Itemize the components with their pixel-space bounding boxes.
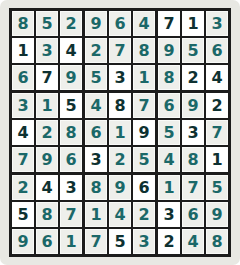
cell-r1c8[interactable]: 1 — [182, 11, 204, 36]
cell-r4c5[interactable]: 8 — [109, 93, 131, 118]
cell-r6c4[interactable]: 3 — [85, 147, 107, 172]
cell-r6c9[interactable]: 1 — [206, 147, 228, 172]
cell-r5c8[interactable]: 3 — [182, 120, 204, 145]
cell-r4c4[interactable]: 4 — [85, 93, 107, 118]
cell-r4c8[interactable]: 9 — [182, 93, 204, 118]
cell-r4c7[interactable]: 6 — [158, 93, 180, 118]
box-5: 487619325 — [85, 93, 155, 172]
cell-r5c6[interactable]: 9 — [133, 120, 155, 145]
box-9: 175369248 — [158, 175, 228, 254]
cell-r9c6[interactable]: 3 — [133, 229, 155, 254]
cell-r1c9[interactable]: 3 — [206, 11, 228, 36]
cell-r5c2[interactable]: 2 — [36, 120, 58, 145]
cell-r6c3[interactable]: 6 — [60, 147, 82, 172]
cell-r1c5[interactable]: 6 — [109, 11, 131, 36]
cell-r7c3[interactable]: 3 — [60, 175, 82, 200]
cell-r9c9[interactable]: 8 — [206, 229, 228, 254]
cell-r8c1[interactable]: 5 — [12, 202, 34, 227]
cell-r7c8[interactable]: 7 — [182, 175, 204, 200]
cell-r3c8[interactable]: 2 — [182, 65, 204, 90]
sudoku-board: 8521346799642785317139568243154287964876… — [9, 8, 231, 257]
cell-r1c4[interactable]: 9 — [85, 11, 107, 36]
cell-r7c6[interactable]: 6 — [133, 175, 155, 200]
cell-r8c2[interactable]: 8 — [36, 202, 58, 227]
cell-r7c7[interactable]: 1 — [158, 175, 180, 200]
cell-r9c8[interactable]: 4 — [182, 229, 204, 254]
cell-r8c6[interactable]: 2 — [133, 202, 155, 227]
box-1: 852134679 — [12, 11, 82, 90]
cell-r6c6[interactable]: 5 — [133, 147, 155, 172]
cell-r4c1[interactable]: 3 — [12, 93, 34, 118]
cell-r2c1[interactable]: 1 — [12, 38, 34, 63]
cell-r3c6[interactable]: 1 — [133, 65, 155, 90]
cell-r6c8[interactable]: 8 — [182, 147, 204, 172]
cell-r6c1[interactable]: 7 — [12, 147, 34, 172]
cell-r4c2[interactable]: 1 — [36, 93, 58, 118]
cell-r7c2[interactable]: 4 — [36, 175, 58, 200]
cell-r6c7[interactable]: 4 — [158, 147, 180, 172]
cell-r5c7[interactable]: 5 — [158, 120, 180, 145]
cell-r8c8[interactable]: 6 — [182, 202, 204, 227]
cell-r9c5[interactable]: 5 — [109, 229, 131, 254]
cell-r9c7[interactable]: 2 — [158, 229, 180, 254]
cell-r8c9[interactable]: 9 — [206, 202, 228, 227]
box-6: 692537481 — [158, 93, 228, 172]
cell-r3c5[interactable]: 3 — [109, 65, 131, 90]
cell-r4c6[interactable]: 7 — [133, 93, 155, 118]
cell-r8c4[interactable]: 1 — [85, 202, 107, 227]
cell-r2c2[interactable]: 3 — [36, 38, 58, 63]
screenshot-stage: 8521346799642785317139568243154287964876… — [0, 0, 240, 265]
cell-r1c3[interactable]: 2 — [60, 11, 82, 36]
cell-r8c5[interactable]: 4 — [109, 202, 131, 227]
cell-r2c3[interactable]: 4 — [60, 38, 82, 63]
cell-r4c3[interactable]: 5 — [60, 93, 82, 118]
box-3: 713956824 — [158, 11, 228, 90]
box-2: 964278531 — [85, 11, 155, 90]
sudoku-panel: 8521346799642785317139568243154287964876… — [0, 0, 240, 265]
box-7: 243587961 — [12, 175, 82, 254]
cell-r7c9[interactable]: 5 — [206, 175, 228, 200]
cell-r9c2[interactable]: 6 — [36, 229, 58, 254]
cell-r7c1[interactable]: 2 — [12, 175, 34, 200]
cell-r9c3[interactable]: 1 — [60, 229, 82, 254]
cell-r8c3[interactable]: 7 — [60, 202, 82, 227]
cell-r2c4[interactable]: 2 — [85, 38, 107, 63]
cell-r3c7[interactable]: 8 — [158, 65, 180, 90]
cell-r2c7[interactable]: 9 — [158, 38, 180, 63]
cell-r5c5[interactable]: 1 — [109, 120, 131, 145]
cell-r2c9[interactable]: 6 — [206, 38, 228, 63]
cell-r3c2[interactable]: 7 — [36, 65, 58, 90]
box-8: 896142753 — [85, 175, 155, 254]
cell-r1c2[interactable]: 5 — [36, 11, 58, 36]
cell-r7c4[interactable]: 8 — [85, 175, 107, 200]
box-4: 315428796 — [12, 93, 82, 172]
cell-r6c5[interactable]: 2 — [109, 147, 131, 172]
cell-r4c9[interactable]: 2 — [206, 93, 228, 118]
cell-r9c4[interactable]: 7 — [85, 229, 107, 254]
cell-r5c1[interactable]: 4 — [12, 120, 34, 145]
cell-r3c4[interactable]: 5 — [85, 65, 107, 90]
cell-r3c9[interactable]: 4 — [206, 65, 228, 90]
cell-r3c3[interactable]: 9 — [60, 65, 82, 90]
cell-r7c5[interactable]: 9 — [109, 175, 131, 200]
cell-r6c2[interactable]: 9 — [36, 147, 58, 172]
cell-r5c9[interactable]: 7 — [206, 120, 228, 145]
cell-r1c7[interactable]: 7 — [158, 11, 180, 36]
cell-r1c1[interactable]: 8 — [12, 11, 34, 36]
cell-r3c1[interactable]: 6 — [12, 65, 34, 90]
cell-r2c5[interactable]: 7 — [109, 38, 131, 63]
cell-r5c3[interactable]: 8 — [60, 120, 82, 145]
cell-r2c6[interactable]: 8 — [133, 38, 155, 63]
cell-r1c6[interactable]: 4 — [133, 11, 155, 36]
cell-r5c4[interactable]: 6 — [85, 120, 107, 145]
cell-r8c7[interactable]: 3 — [158, 202, 180, 227]
cell-r2c8[interactable]: 5 — [182, 38, 204, 63]
cell-r9c1[interactable]: 9 — [12, 229, 34, 254]
